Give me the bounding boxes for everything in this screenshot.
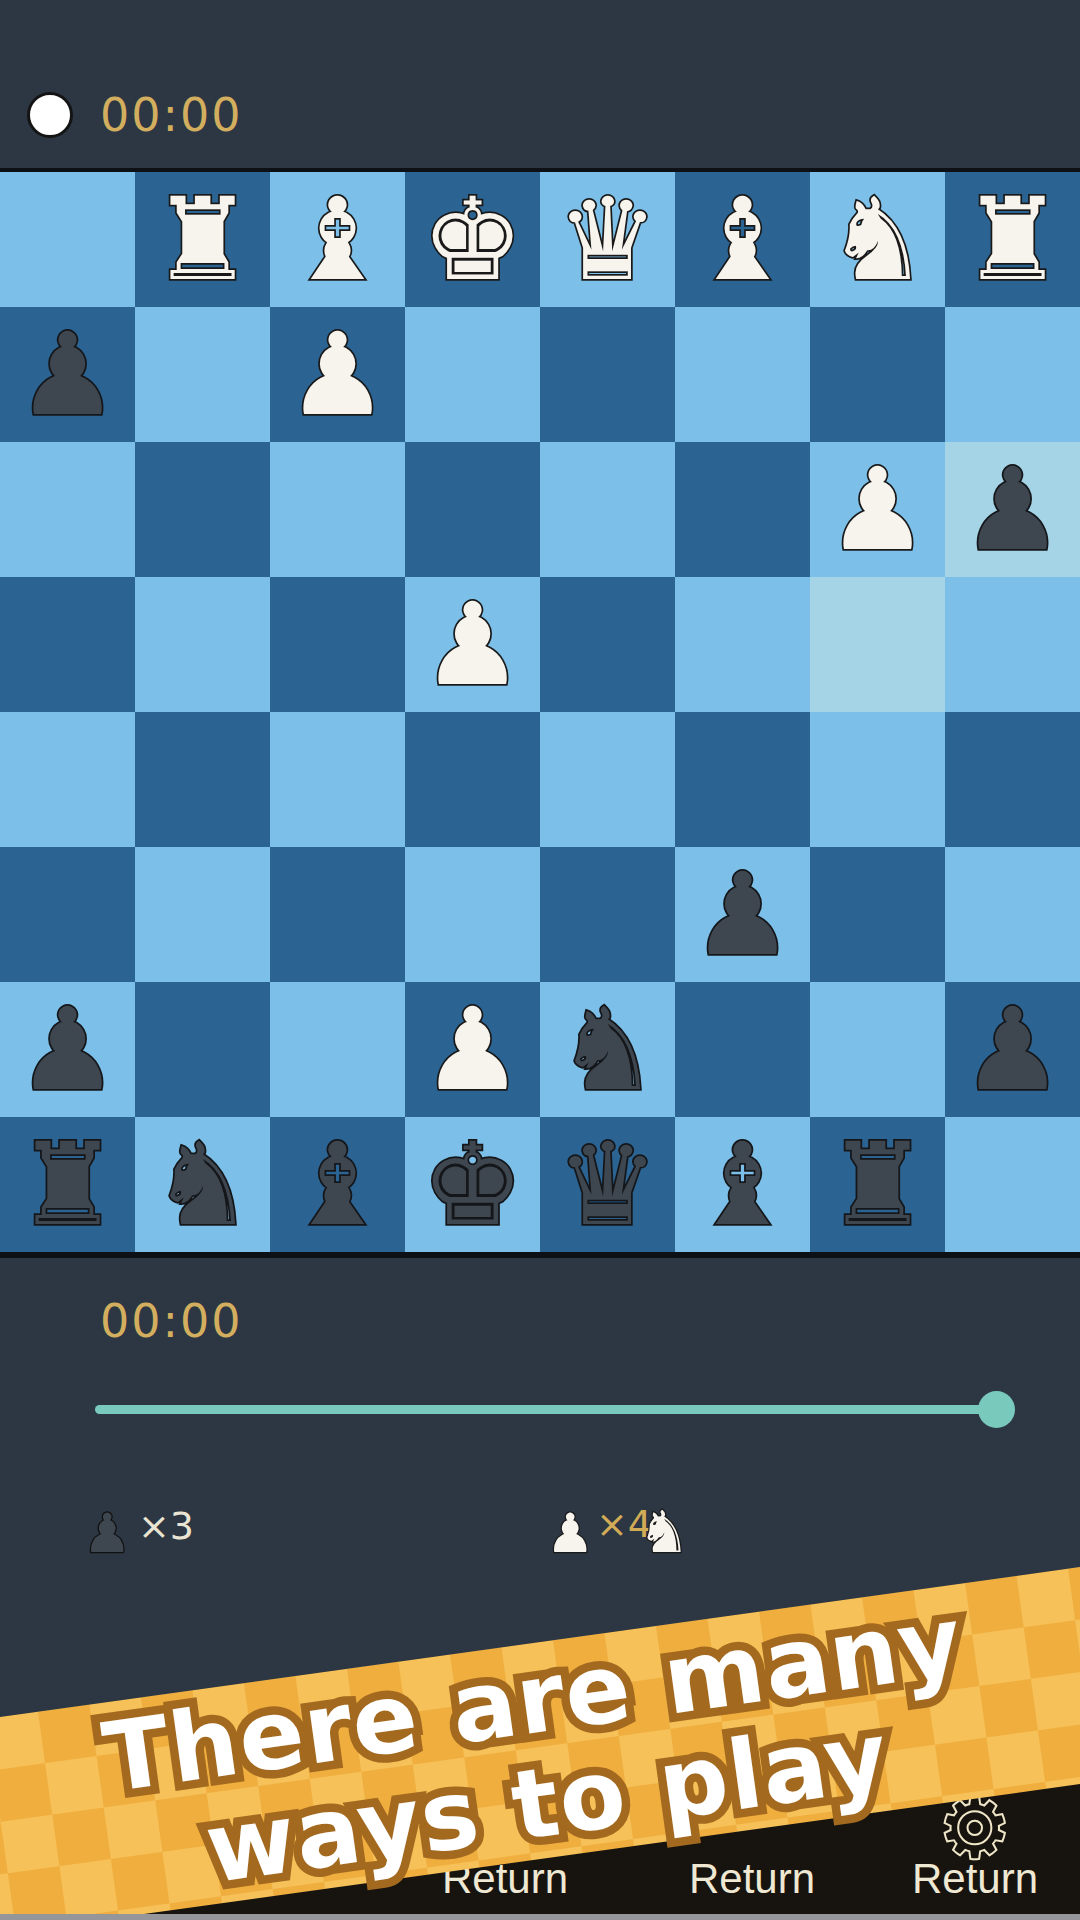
square[interactable] [810, 712, 945, 847]
square[interactable] [0, 172, 135, 307]
square[interactable] [135, 982, 270, 1117]
square[interactable] [945, 712, 1080, 847]
return-button-middle[interactable]: Return [689, 1855, 815, 1903]
chess-app-screen: 00:00 ♜♝♚♛♝♞♜♟♟♟♟♟♟♟♟♞♟♜♞♝♚♛♝♜ 00:00 ♟ ×… [0, 0, 1080, 1920]
piece-bN[interactable]: ♞ [151, 1117, 253, 1252]
square[interactable]: ♚ [405, 1117, 540, 1252]
square[interactable] [540, 307, 675, 442]
square[interactable] [270, 577, 405, 712]
square[interactable]: ♞ [540, 982, 675, 1117]
piece-wP[interactable]: ♟ [421, 982, 523, 1117]
square[interactable] [135, 577, 270, 712]
square[interactable] [810, 577, 945, 712]
piece-wP[interactable]: ♟ [421, 577, 523, 712]
piece-bR[interactable]: ♜ [16, 1117, 118, 1252]
square[interactable] [540, 847, 675, 982]
square[interactable] [270, 847, 405, 982]
captured-black-pawn-icon: ♟ [83, 1504, 131, 1564]
piece-bP[interactable]: ♟ [16, 307, 118, 442]
square[interactable] [675, 442, 810, 577]
piece-bB[interactable]: ♝ [286, 1117, 388, 1252]
piece-bP[interactable]: ♟ [691, 847, 793, 982]
square[interactable] [810, 982, 945, 1117]
square[interactable] [675, 712, 810, 847]
square[interactable]: ♟ [0, 982, 135, 1117]
square[interactable] [810, 307, 945, 442]
square[interactable]: ♛ [540, 1117, 675, 1252]
piece-wN[interactable]: ♞ [826, 172, 928, 307]
square[interactable]: ♜ [0, 1117, 135, 1252]
square[interactable] [135, 307, 270, 442]
square[interactable] [810, 847, 945, 982]
square[interactable] [405, 442, 540, 577]
captured-white-knight-icon: ♞ [638, 1502, 690, 1562]
square[interactable]: ♟ [945, 442, 1080, 577]
piece-bP[interactable]: ♟ [961, 442, 1063, 577]
square[interactable] [0, 577, 135, 712]
square[interactable]: ♜ [810, 1117, 945, 1252]
piece-wK[interactable]: ♚ [421, 172, 523, 307]
square[interactable] [270, 442, 405, 577]
square[interactable]: ♟ [675, 847, 810, 982]
square[interactable] [405, 307, 540, 442]
square[interactable] [540, 442, 675, 577]
square[interactable] [270, 712, 405, 847]
piece-wB[interactable]: ♝ [286, 172, 388, 307]
piece-bP[interactable]: ♟ [16, 982, 118, 1117]
piece-wQ[interactable]: ♛ [556, 172, 658, 307]
home-indicator-bar [0, 1914, 1080, 1920]
piece-bP[interactable]: ♟ [961, 982, 1063, 1117]
square[interactable] [675, 577, 810, 712]
square[interactable]: ♚ [405, 172, 540, 307]
square[interactable] [945, 847, 1080, 982]
square[interactable]: ♜ [945, 172, 1080, 307]
piece-bQ[interactable]: ♛ [556, 1117, 658, 1252]
square[interactable] [945, 577, 1080, 712]
piece-wB[interactable]: ♝ [691, 172, 793, 307]
square[interactable]: ♝ [675, 1117, 810, 1252]
replay-slider-knob[interactable] [978, 1391, 1015, 1428]
square[interactable] [0, 442, 135, 577]
square[interactable]: ♟ [945, 982, 1080, 1117]
square[interactable] [945, 307, 1080, 442]
piece-wP[interactable]: ♟ [826, 442, 928, 577]
board-frame: ♜♝♚♛♝♞♜♟♟♟♟♟♟♟♟♞♟♜♞♝♚♛♝♜ [0, 168, 1080, 1258]
opponent-avatar [27, 92, 73, 138]
piece-wP[interactable]: ♟ [286, 307, 388, 442]
square[interactable]: ♝ [675, 172, 810, 307]
square[interactable]: ♞ [810, 172, 945, 307]
piece-wR[interactable]: ♜ [151, 172, 253, 307]
square[interactable] [675, 982, 810, 1117]
square[interactable]: ♝ [270, 1117, 405, 1252]
return-button-right[interactable]: Return [912, 1855, 1038, 1903]
square[interactable] [135, 442, 270, 577]
replay-slider-track[interactable] [95, 1405, 990, 1414]
square[interactable] [540, 577, 675, 712]
square[interactable] [405, 847, 540, 982]
piece-wR[interactable]: ♜ [961, 172, 1063, 307]
square[interactable]: ♜ [135, 172, 270, 307]
square[interactable]: ♟ [405, 577, 540, 712]
square[interactable]: ♛ [540, 172, 675, 307]
square[interactable]: ♝ [270, 172, 405, 307]
square[interactable] [0, 712, 135, 847]
square[interactable]: ♟ [0, 307, 135, 442]
square[interactable]: ♟ [405, 982, 540, 1117]
piece-bR[interactable]: ♜ [826, 1117, 928, 1252]
square[interactable]: ♞ [135, 1117, 270, 1252]
square[interactable] [135, 847, 270, 982]
square[interactable] [540, 712, 675, 847]
player-timer: 00:00 [100, 1294, 243, 1348]
chess-board: ♜♝♚♛♝♞♜♟♟♟♟♟♟♟♟♞♟♜♞♝♚♛♝♜ [0, 172, 1080, 1252]
piece-bN[interactable]: ♞ [556, 982, 658, 1117]
captured-white-pawn-icon: ♟ [546, 1504, 594, 1564]
square[interactable] [945, 1117, 1080, 1252]
opponent-timer: 00:00 [100, 88, 243, 142]
piece-bB[interactable]: ♝ [691, 1117, 793, 1252]
square[interactable]: ♟ [810, 442, 945, 577]
square[interactable] [0, 847, 135, 982]
square[interactable] [135, 712, 270, 847]
piece-bK[interactable]: ♚ [421, 1117, 523, 1252]
square[interactable]: ♟ [270, 307, 405, 442]
square[interactable] [405, 712, 540, 847]
square[interactable] [675, 307, 810, 442]
square[interactable] [270, 982, 405, 1117]
captured-black-pawn-count: ×3 [138, 1504, 194, 1548]
